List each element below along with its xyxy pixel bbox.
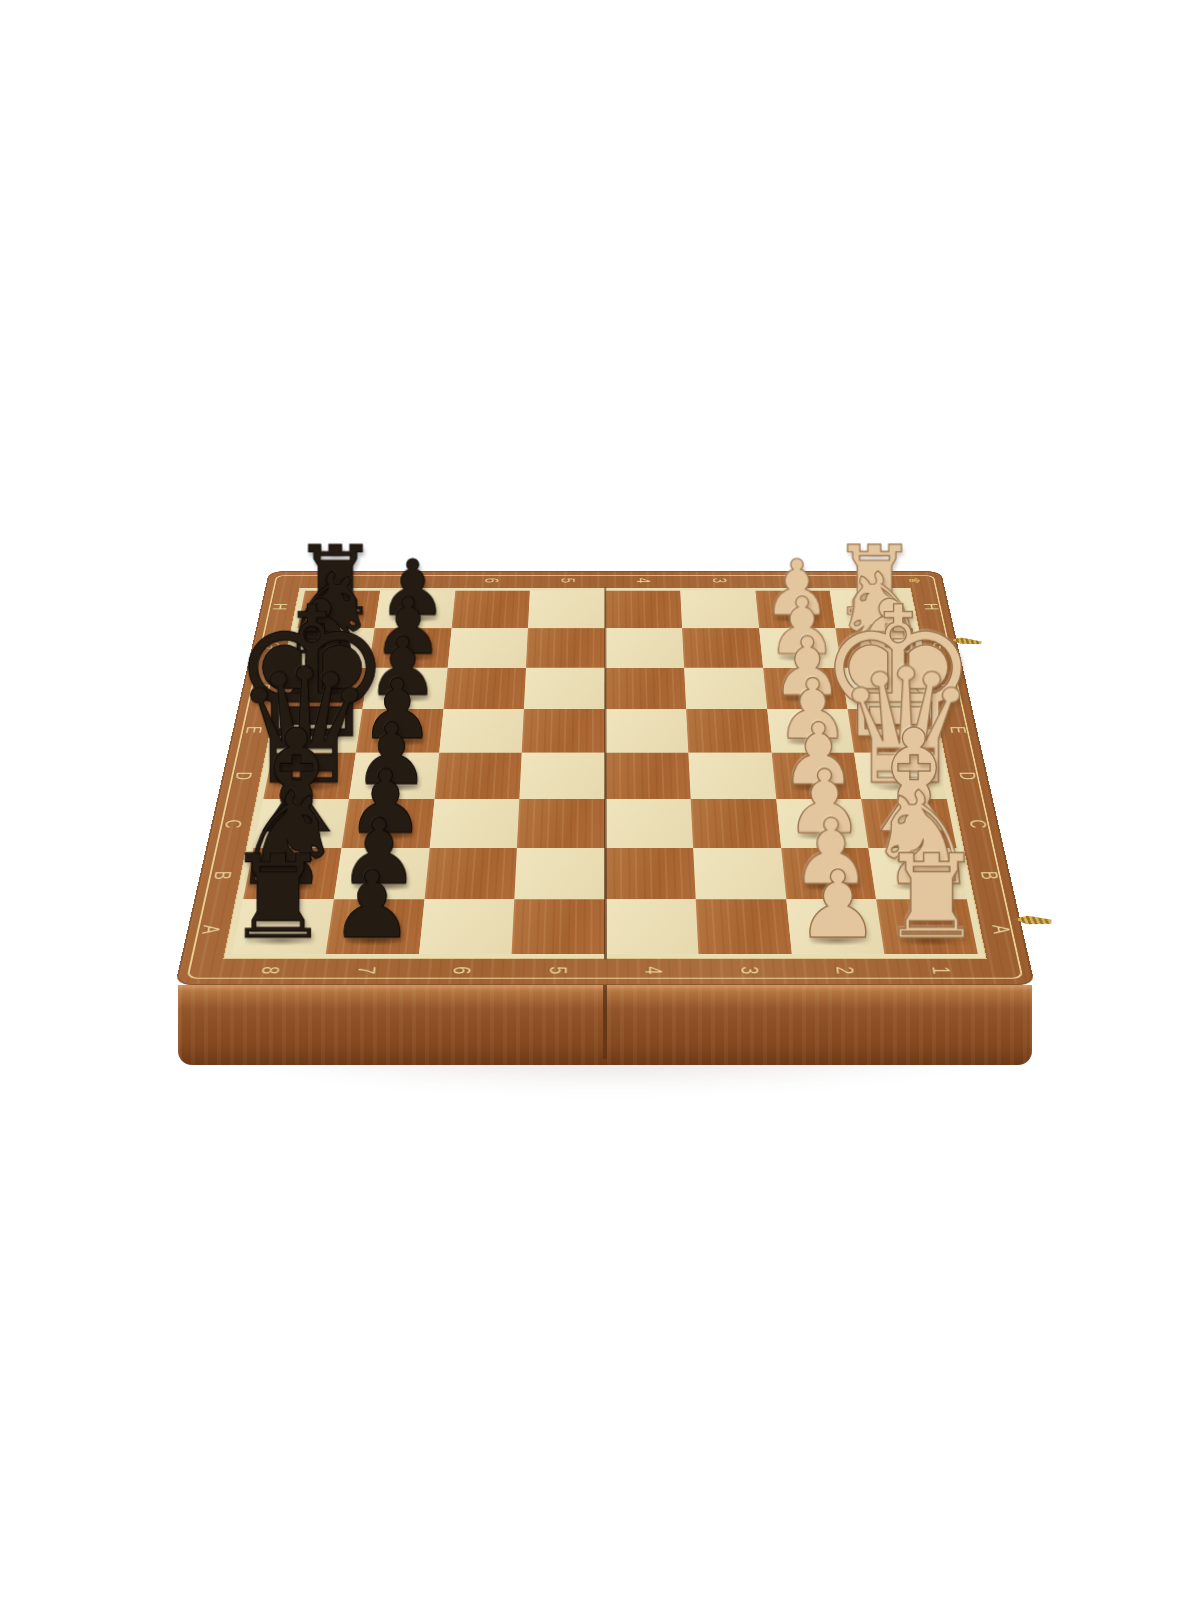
rank-label-4: 4 — [605, 574, 681, 587]
square-g4[interactable] — [605, 628, 684, 667]
square-c5[interactable] — [517, 799, 605, 848]
square-a1[interactable]: ♜ — [876, 899, 977, 954]
square-f4[interactable] — [605, 668, 686, 709]
square-c4[interactable] — [605, 799, 693, 848]
square-c6[interactable] — [429, 799, 519, 848]
square-d4[interactable] — [605, 753, 690, 799]
piece-black-rook-a8[interactable]: ♜ — [226, 839, 330, 955]
piece-black-pawn-a7[interactable]: ♟ — [330, 859, 414, 952]
square-e3[interactable] — [686, 709, 771, 753]
square-d5[interactable] — [520, 753, 605, 799]
rank-label-2: 2 — [795, 960, 893, 981]
rank-label-3: 3 — [681, 574, 758, 587]
square-a4[interactable] — [605, 899, 698, 954]
square-d6[interactable] — [434, 753, 522, 799]
square-b4[interactable] — [605, 848, 695, 900]
file-label-a: A — [978, 902, 1023, 958]
square-a8[interactable]: ♜ — [232, 899, 333, 954]
square-b5[interactable] — [515, 848, 605, 900]
square-f3[interactable] — [684, 668, 767, 709]
rank-label-6: 6 — [412, 960, 509, 981]
square-h4[interactable] — [605, 591, 682, 628]
square-h3[interactable] — [680, 591, 759, 628]
square-a2[interactable]: ♟ — [786, 899, 885, 954]
box-front-edge — [178, 985, 1032, 1065]
rank-label-7: 7 — [316, 960, 414, 981]
square-h5[interactable] — [528, 591, 605, 628]
photo-scene: 87654321 87654321 HGFEDCBA HGFEDCBA ♛ ♜♟… — [0, 0, 1200, 1600]
square-a5[interactable] — [512, 899, 605, 954]
rank-label-8: 8 — [220, 960, 319, 981]
brass-latch-icon — [1014, 914, 1051, 927]
piece-white-rook-a1[interactable]: ♜ — [879, 839, 983, 955]
square-a3[interactable] — [695, 899, 791, 954]
square-f6[interactable] — [443, 668, 526, 709]
square-a7[interactable]: ♟ — [325, 899, 424, 954]
square-f5[interactable] — [524, 668, 605, 709]
square-c3[interactable] — [690, 799, 780, 848]
rank-label-6: 6 — [453, 574, 530, 587]
square-b3[interactable] — [693, 848, 786, 900]
square-b6[interactable] — [424, 848, 517, 900]
square-e6[interactable] — [439, 709, 524, 753]
rank-label-3: 3 — [700, 960, 797, 981]
square-g3[interactable] — [682, 628, 763, 667]
square-e5[interactable] — [522, 709, 605, 753]
square-g6[interactable] — [447, 628, 528, 667]
rank-label-1: 1 — [891, 960, 990, 981]
rank-label-5: 5 — [509, 960, 605, 981]
rank-label-5: 5 — [529, 574, 605, 587]
square-e4[interactable] — [605, 709, 688, 753]
rank-labels-near: 87654321 — [220, 960, 990, 981]
square-a6[interactable] — [419, 899, 515, 954]
rank-label-4: 4 — [605, 960, 701, 981]
folding-seam — [604, 587, 607, 959]
piece-white-pawn-a2[interactable]: ♟ — [796, 859, 880, 952]
square-g5[interactable] — [526, 628, 605, 667]
square-h6[interactable] — [451, 591, 530, 628]
square-d3[interactable] — [688, 753, 776, 799]
chess-board[interactable]: 87654321 87654321 HGFEDCBA HGFEDCBA ♛ ♜♟… — [175, 571, 1035, 985]
